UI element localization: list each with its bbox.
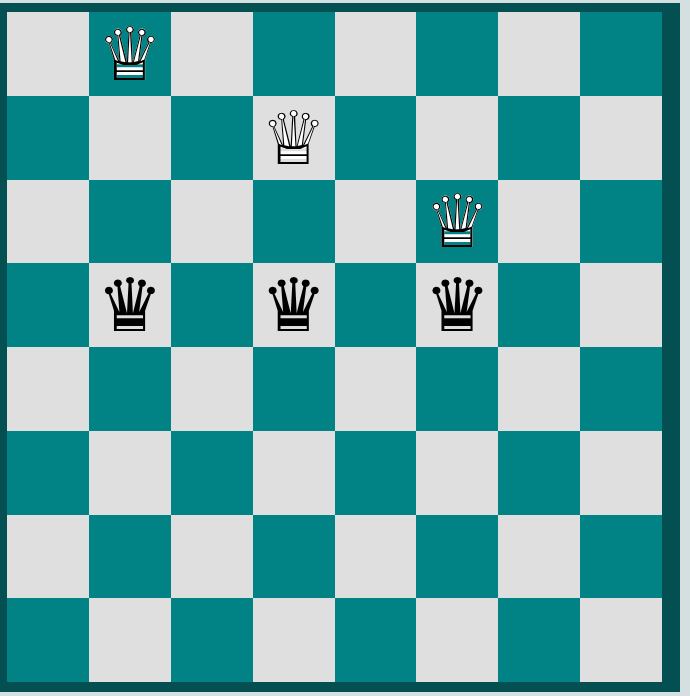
square-a6[interactable]	[7, 180, 89, 264]
square-b1[interactable]	[89, 598, 171, 682]
square-g7[interactable]	[498, 96, 580, 180]
black-queen-glyph: ♛	[253, 263, 335, 347]
square-c4[interactable]	[171, 347, 253, 431]
black-queen[interactable]: ♛	[416, 263, 498, 347]
square-c6[interactable]	[171, 180, 253, 264]
square-a5[interactable]	[7, 263, 89, 347]
square-f3[interactable]	[416, 431, 498, 515]
square-g3[interactable]	[498, 431, 580, 515]
square-d4[interactable]	[253, 347, 335, 431]
square-b5[interactable]: ♛	[89, 263, 171, 347]
square-g2[interactable]	[498, 515, 580, 599]
square-b8[interactable]: ♛♕	[89, 12, 171, 96]
square-d3[interactable]	[253, 431, 335, 515]
square-a4[interactable]	[7, 347, 89, 431]
chess-board-frame: ♛♕♛♕♛♕♛♛♛	[0, 3, 680, 692]
square-c1[interactable]	[171, 598, 253, 682]
square-d8[interactable]	[253, 12, 335, 96]
square-d2[interactable]	[253, 515, 335, 599]
square-e6[interactable]	[335, 180, 417, 264]
square-b3[interactable]	[89, 431, 171, 515]
chess-board: ♛♕♛♕♛♕♛♛♛	[7, 12, 662, 682]
square-e8[interactable]	[335, 12, 417, 96]
square-h4[interactable]	[580, 347, 662, 431]
square-g1[interactable]	[498, 598, 580, 682]
square-a7[interactable]	[7, 96, 89, 180]
white-queen-outline-glyph: ♕	[89, 12, 171, 96]
white-queen[interactable]: ♛♕	[89, 12, 171, 96]
square-f1[interactable]	[416, 598, 498, 682]
black-queen-glyph: ♛	[89, 263, 171, 347]
square-a1[interactable]	[7, 598, 89, 682]
square-h5[interactable]	[580, 263, 662, 347]
square-f7[interactable]	[416, 96, 498, 180]
square-e7[interactable]	[335, 96, 417, 180]
square-a8[interactable]	[7, 12, 89, 96]
white-queen-outline-glyph: ♕	[416, 180, 498, 264]
square-e1[interactable]	[335, 598, 417, 682]
white-queen[interactable]: ♛♕	[253, 96, 335, 180]
square-f2[interactable]	[416, 515, 498, 599]
page-background: ♛♕♛♕♛♕♛♛♛	[0, 0, 690, 696]
square-h2[interactable]	[580, 515, 662, 599]
square-c3[interactable]	[171, 431, 253, 515]
square-h6[interactable]	[580, 180, 662, 264]
square-h3[interactable]	[580, 431, 662, 515]
square-d7[interactable]: ♛♕	[253, 96, 335, 180]
square-e3[interactable]	[335, 431, 417, 515]
black-queen[interactable]: ♛	[253, 263, 335, 347]
square-f4[interactable]	[416, 347, 498, 431]
black-queen[interactable]: ♛	[89, 263, 171, 347]
square-c2[interactable]	[171, 515, 253, 599]
square-d5[interactable]: ♛	[253, 263, 335, 347]
square-a2[interactable]	[7, 515, 89, 599]
square-h1[interactable]	[580, 598, 662, 682]
square-b7[interactable]	[89, 96, 171, 180]
square-b2[interactable]	[89, 515, 171, 599]
square-d6[interactable]	[253, 180, 335, 264]
square-g4[interactable]	[498, 347, 580, 431]
white-queen-outline-glyph: ♕	[253, 96, 335, 180]
square-h7[interactable]	[580, 96, 662, 180]
square-e4[interactable]	[335, 347, 417, 431]
white-queen[interactable]: ♛♕	[416, 180, 498, 264]
square-g8[interactable]	[498, 12, 580, 96]
square-d1[interactable]	[253, 598, 335, 682]
square-c5[interactable]	[171, 263, 253, 347]
square-e2[interactable]	[335, 515, 417, 599]
square-f5[interactable]: ♛	[416, 263, 498, 347]
square-f6[interactable]: ♛♕	[416, 180, 498, 264]
square-b6[interactable]	[89, 180, 171, 264]
square-c7[interactable]	[171, 96, 253, 180]
black-queen-glyph: ♛	[416, 263, 498, 347]
square-h8[interactable]	[580, 12, 662, 96]
square-f8[interactable]	[416, 12, 498, 96]
square-g6[interactable]	[498, 180, 580, 264]
square-c8[interactable]	[171, 12, 253, 96]
square-g5[interactable]	[498, 263, 580, 347]
square-a3[interactable]	[7, 431, 89, 515]
square-e5[interactable]	[335, 263, 417, 347]
square-b4[interactable]	[89, 347, 171, 431]
